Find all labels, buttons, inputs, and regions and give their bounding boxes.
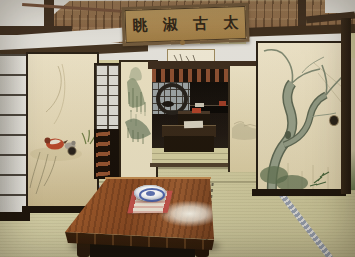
japanese-room-photo: 眺 淑 古 太 — [0, 0, 355, 257]
far-table-red-item — [192, 108, 201, 113]
right-pillar — [341, 18, 351, 194]
fusuma-duck-painting — [26, 52, 99, 213]
plaque-char-3: 古 — [193, 16, 209, 32]
ring-base — [162, 101, 174, 107]
table-back-edge-highlight — [105, 177, 211, 179]
right-edge-panel — [351, 58, 355, 190]
table-leg-left — [77, 243, 90, 257]
shelf-red-item — [219, 101, 226, 106]
near-table-cloth — [184, 121, 203, 129]
calligraphy-plaque: 眺 淑 古 太 — [121, 3, 249, 46]
plaque-char-2: 淑 — [163, 17, 179, 33]
red-lacquer-shelf — [96, 131, 110, 176]
plaque-hook — [180, 40, 185, 45]
near-low-table-base — [164, 136, 214, 152]
mandarin-duck-painting — [28, 54, 97, 211]
left-floor-rail — [0, 212, 30, 221]
plaque-char-4: 太 — [223, 15, 239, 31]
plate-center-design — [146, 191, 155, 196]
right-fusuma-rail — [252, 189, 346, 196]
side-room-opening — [94, 129, 119, 179]
plaque-char-1: 眺 — [132, 18, 148, 34]
shelf-white-items — [195, 103, 204, 107]
fusuma-door-pull — [330, 116, 338, 125]
